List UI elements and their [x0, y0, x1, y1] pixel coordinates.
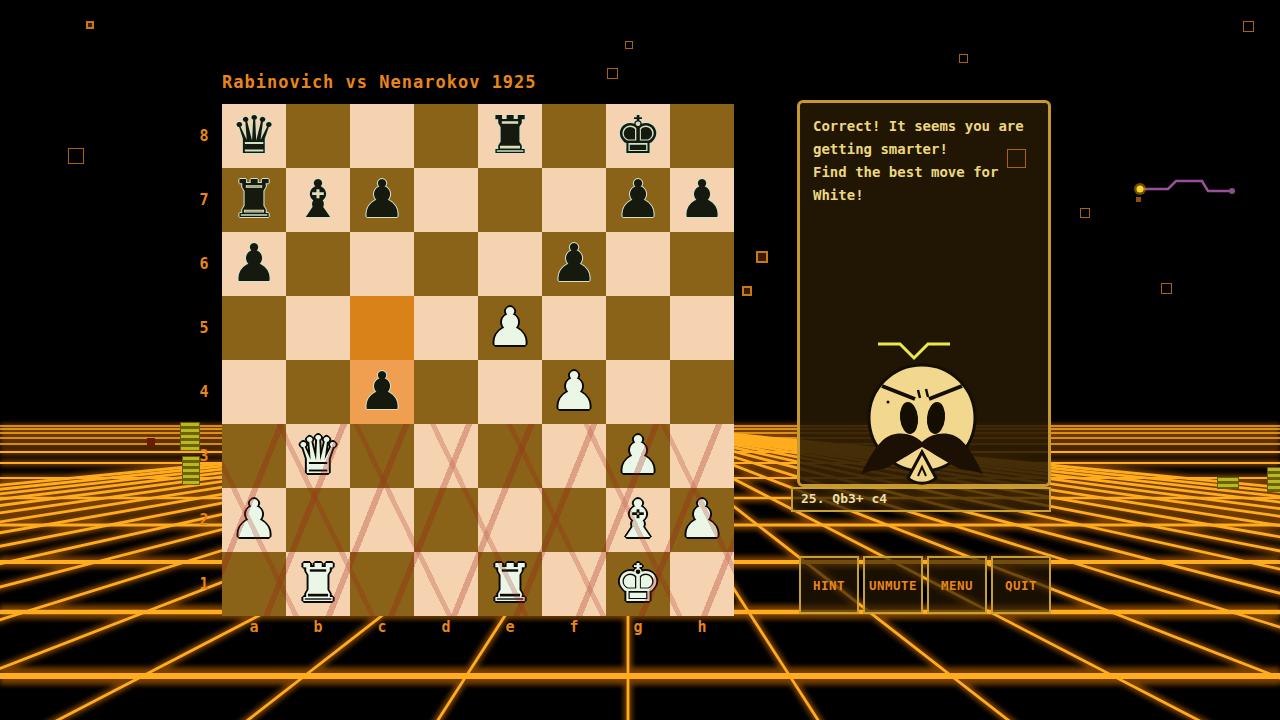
square-g5[interactable] — [606, 296, 670, 360]
button-row: HINTUNMUTEMENUQUIT — [799, 556, 1051, 614]
square-f4[interactable]: ♟ — [542, 360, 606, 424]
file-label-c: c — [350, 617, 414, 637]
square-b4[interactable] — [286, 360, 350, 424]
unmute-button[interactable]: UNMUTE — [863, 556, 923, 614]
square-g8[interactable]: ♚ — [606, 104, 670, 168]
rank-label-6: 6 — [192, 232, 216, 296]
square-e3[interactable] — [478, 424, 542, 488]
rank-label-8: 8 — [192, 104, 216, 168]
square-b5[interactable] — [286, 296, 350, 360]
square-a5[interactable] — [222, 296, 286, 360]
square-e7[interactable] — [478, 168, 542, 232]
star-square-icon — [742, 286, 752, 296]
square-g1[interactable]: ♚ — [606, 552, 670, 616]
piece-bp-f6[interactable]: ♟ — [542, 232, 606, 296]
square-g2[interactable]: ♝ — [606, 488, 670, 552]
square-b7[interactable]: ♝ — [286, 168, 350, 232]
star-square-icon — [1080, 208, 1090, 218]
square-h6[interactable] — [670, 232, 734, 296]
quit-button[interactable]: QUIT — [991, 556, 1051, 614]
piece-bp-g7[interactable]: ♟ — [606, 168, 670, 232]
piece-br-e8[interactable]: ♜ — [478, 104, 542, 168]
square-a6[interactable]: ♟ — [222, 232, 286, 296]
star-square-icon — [86, 21, 94, 29]
square-d5[interactable] — [414, 296, 478, 360]
piece-br-a7[interactable]: ♜ — [222, 168, 286, 232]
square-f5[interactable] — [542, 296, 606, 360]
game-title: Rabinovich vs Nenarokov 1925 — [222, 72, 537, 92]
piece-wr-b1[interactable]: ♜ — [286, 552, 350, 616]
square-f1[interactable] — [542, 552, 606, 616]
rank-label-5: 5 — [192, 296, 216, 360]
square-f8[interactable] — [542, 104, 606, 168]
piece-bp-c7[interactable]: ♟ — [350, 168, 414, 232]
piece-wp-h2[interactable]: ♟ — [670, 488, 734, 552]
grid-cube-icon — [1267, 467, 1280, 492]
file-labels: abcdefgh — [222, 617, 734, 637]
piece-wr-e1[interactable]: ♜ — [478, 552, 542, 616]
star-square-icon — [68, 148, 84, 164]
square-g7[interactable]: ♟ — [606, 168, 670, 232]
square-h5[interactable] — [670, 296, 734, 360]
star-square-icon — [1243, 21, 1254, 32]
file-label-b: b — [286, 617, 350, 637]
hint-button[interactable]: HINT — [799, 556, 859, 614]
file-label-f: f — [542, 617, 606, 637]
square-a2[interactable]: ♟ — [222, 488, 286, 552]
piece-wq-b3[interactable]: ♛ — [286, 424, 350, 488]
file-label-d: d — [414, 617, 478, 637]
square-c5[interactable] — [350, 296, 414, 360]
square-g4[interactable] — [606, 360, 670, 424]
square-e6[interactable] — [478, 232, 542, 296]
square-b1[interactable]: ♜ — [286, 552, 350, 616]
square-a7[interactable]: ♜ — [222, 168, 286, 232]
square-f7[interactable] — [542, 168, 606, 232]
square-c7[interactable]: ♟ — [350, 168, 414, 232]
rank-label-4: 4 — [192, 360, 216, 424]
rank-label-2: 2 — [192, 488, 216, 552]
square-b6[interactable] — [286, 232, 350, 296]
star-square-icon — [756, 251, 768, 263]
circuit-trace-icon — [1128, 174, 1244, 208]
square-e2[interactable] — [478, 488, 542, 552]
file-label-g: g — [606, 617, 670, 637]
star-square-icon — [1007, 149, 1026, 168]
square-b8[interactable] — [286, 104, 350, 168]
square-d2[interactable] — [414, 488, 478, 552]
square-d8[interactable] — [414, 104, 478, 168]
square-c2[interactable] — [350, 488, 414, 552]
grid-cube-icon — [1217, 477, 1239, 489]
piece-bp-h7[interactable]: ♟ — [670, 168, 734, 232]
last-move-text: 25. Qb3+ c4 — [793, 489, 1049, 509]
piece-bb-b7[interactable]: ♝ — [286, 168, 350, 232]
square-e4[interactable] — [478, 360, 542, 424]
piece-wb-g2[interactable]: ♝ — [606, 488, 670, 552]
square-d1[interactable] — [414, 552, 478, 616]
square-a8[interactable]: ♛ — [222, 104, 286, 168]
square-h2[interactable]: ♟ — [670, 488, 734, 552]
menu-button[interactable]: MENU — [927, 556, 987, 614]
piece-wp-f4[interactable]: ♟ — [542, 360, 606, 424]
square-a1[interactable] — [222, 552, 286, 616]
file-label-h: h — [670, 617, 734, 637]
square-h7[interactable]: ♟ — [670, 168, 734, 232]
piece-bp-a6[interactable]: ♟ — [222, 232, 286, 296]
square-b2[interactable] — [286, 488, 350, 552]
star-square-icon — [607, 68, 618, 79]
square-h4[interactable] — [670, 360, 734, 424]
piece-wp-e5[interactable]: ♟ — [478, 296, 542, 360]
rank-label-7: 7 — [192, 168, 216, 232]
square-d7[interactable] — [414, 168, 478, 232]
piece-wp-a2[interactable]: ♟ — [222, 488, 286, 552]
square-c3[interactable] — [350, 424, 414, 488]
square-a3[interactable] — [222, 424, 286, 488]
square-f3[interactable] — [542, 424, 606, 488]
square-g6[interactable] — [606, 232, 670, 296]
file-label-e: e — [478, 617, 542, 637]
star-square-icon — [625, 41, 633, 49]
square-c4[interactable]: ♟ — [350, 360, 414, 424]
square-g3[interactable]: ♟ — [606, 424, 670, 488]
square-e8[interactable]: ♜ — [478, 104, 542, 168]
square-c8[interactable] — [350, 104, 414, 168]
file-label-a: a — [222, 617, 286, 637]
star-square-icon — [959, 54, 968, 63]
star-square-icon — [1161, 283, 1172, 294]
square-a4[interactable] — [222, 360, 286, 424]
square-c6[interactable] — [350, 232, 414, 296]
chess-board[interactable]: ♛♜♚♜♝♟♟♟♟♟♟♟♟♛♟♟♝♟♜♜♚ — [222, 104, 734, 616]
rank-label-1: 1 — [192, 552, 216, 616]
square-f2[interactable] — [542, 488, 606, 552]
square-h1[interactable] — [670, 552, 734, 616]
piece-bp-c4[interactable]: ♟ — [350, 360, 414, 424]
square-h8[interactable] — [670, 104, 734, 168]
rank-labels: 87654321 — [192, 104, 216, 616]
piece-wk-g1[interactable]: ♚ — [606, 552, 670, 616]
square-d3[interactable] — [414, 424, 478, 488]
square-d6[interactable] — [414, 232, 478, 296]
square-e5[interactable]: ♟ — [478, 296, 542, 360]
piece-bq-a8[interactable]: ♛ — [222, 104, 286, 168]
square-e1[interactable]: ♜ — [478, 552, 542, 616]
piece-wp-g3[interactable]: ♟ — [606, 424, 670, 488]
move-list-bar: 25. Qb3+ c4 — [791, 487, 1051, 512]
square-f6[interactable]: ♟ — [542, 232, 606, 296]
angry-mustache-face-icon — [852, 328, 992, 486]
square-h3[interactable] — [670, 424, 734, 488]
square-c1[interactable] — [350, 552, 414, 616]
piece-bk-g8[interactable]: ♚ — [606, 104, 670, 168]
square-d4[interactable] — [414, 360, 478, 424]
star-square-icon — [147, 438, 155, 446]
square-b3[interactable]: ♛ — [286, 424, 350, 488]
rank-label-3: 3 — [192, 424, 216, 488]
coach-message: Correct! It seems you are getting smarte… — [813, 115, 1035, 207]
